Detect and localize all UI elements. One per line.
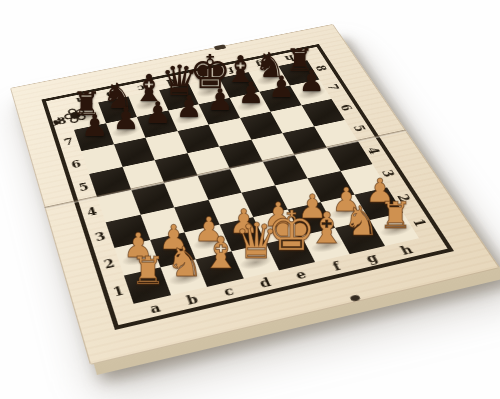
- piece-black-pawn-b7[interactable]: ♟: [113, 104, 140, 134]
- piece-white-bishop-c1[interactable]: ♝: [201, 231, 240, 275]
- rank-label-4-left-text: 4: [85, 205, 98, 219]
- rank-label-7-right-text: 7: [325, 83, 342, 91]
- file-label-b-bottom-text: b: [184, 291, 200, 307]
- rank-label-6-left-text: 6: [70, 158, 83, 170]
- rank-label-4-right-text: 4: [365, 146, 384, 155]
- rank-label-1-right-text: 1: [410, 218, 430, 229]
- piece-white-knight-b1[interactable]: ♞: [166, 241, 203, 283]
- chess-set-photo: aabbccddeeffgghh8877665544332211 ❧❀✿ ♜♞♝…: [0, 0, 500, 399]
- piece-white-rook-h1[interactable]: ♜: [379, 197, 412, 234]
- piece-white-knight-g1[interactable]: ♞: [343, 201, 379, 242]
- rank-label-5-right-text: 5: [351, 124, 369, 133]
- piece-white-queen-d1[interactable]: ♛: [234, 217, 278, 266]
- file-label-e-bottom-text: e: [293, 267, 309, 282]
- piece-black-pawn-c7[interactable]: ♟: [144, 98, 171, 128]
- piece-white-rook-a1[interactable]: ♜: [131, 252, 165, 290]
- rank-label-7-left-text: 7: [63, 136, 75, 148]
- file-label-g-bottom-text: g: [363, 250, 380, 265]
- rank-label-6-right-text: 6: [338, 103, 356, 112]
- piece-black-pawn-e7[interactable]: ♟: [207, 85, 234, 115]
- file-label-h-bottom-text: h: [397, 242, 415, 257]
- rank-label-5-left-text: 5: [77, 181, 90, 194]
- piece-black-pawn-d7[interactable]: ♟: [176, 92, 203, 122]
- file-label-d-bottom-text: d: [257, 275, 273, 291]
- rank-label-2-left-text: 2: [102, 256, 116, 271]
- file-label-f-bottom-text: f: [330, 259, 343, 273]
- piece-black-pawn-f7[interactable]: ♟: [238, 79, 265, 109]
- file-label-c-bottom-text: c: [221, 283, 236, 298]
- file-label-a-bottom-text: a: [148, 300, 163, 316]
- piece-black-pawn-a7[interactable]: ♟: [81, 111, 108, 141]
- rank-label-1-left-text: 1: [111, 284, 126, 300]
- rank-label-3-left-text: 3: [93, 230, 107, 244]
- piece-black-pawn-g7[interactable]: ♟: [268, 73, 294, 103]
- clasp-bottom: [349, 294, 361, 302]
- piece-black-pawn-h7[interactable]: ♟: [299, 67, 325, 96]
